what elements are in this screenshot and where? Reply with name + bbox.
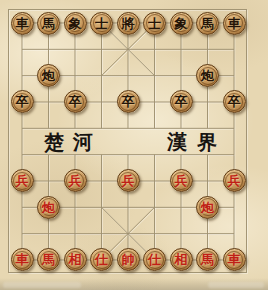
- piece-glyph: 馬: [201, 253, 214, 266]
- piece-glyph: 馬: [42, 17, 55, 30]
- piece-glyph: 兵: [69, 174, 82, 187]
- piece-glyph: 卒: [175, 95, 188, 108]
- piece-black-general[interactable]: 將: [117, 12, 140, 35]
- piece-glyph: 卒: [228, 95, 241, 108]
- piece-black-advisor[interactable]: 士: [143, 12, 166, 35]
- piece-glyph: 將: [122, 17, 135, 30]
- piece-black-cannon[interactable]: 炮: [196, 64, 219, 87]
- piece-glyph: 卒: [16, 95, 29, 108]
- watermark-text-left: [3, 282, 81, 288]
- piece-glyph: 車: [228, 17, 241, 30]
- piece-glyph: 炮: [201, 69, 214, 82]
- piece-red-soldier[interactable]: 兵: [11, 169, 34, 192]
- piece-black-horse[interactable]: 馬: [196, 12, 219, 35]
- river-label-left: 楚河: [44, 130, 102, 153]
- piece-glyph: 馬: [201, 17, 214, 30]
- piece-glyph: 炮: [42, 69, 55, 82]
- piece-red-chariot[interactable]: 車: [223, 248, 246, 271]
- piece-glyph: 士: [95, 17, 108, 30]
- piece-red-soldier[interactable]: 兵: [64, 169, 87, 192]
- piece-black-advisor[interactable]: 士: [90, 12, 113, 35]
- piece-black-elephant[interactable]: 象: [64, 12, 87, 35]
- piece-red-soldier[interactable]: 兵: [223, 169, 246, 192]
- piece-black-soldier[interactable]: 卒: [64, 90, 87, 113]
- watermark-text-right: [208, 282, 264, 288]
- piece-glyph: 仕: [95, 253, 108, 266]
- piece-glyph: 相: [175, 253, 188, 266]
- piece-glyph: 卒: [122, 95, 135, 108]
- piece-red-elephant[interactable]: 相: [64, 248, 87, 271]
- piece-black-soldier[interactable]: 卒: [11, 90, 34, 113]
- piece-glyph: 象: [175, 17, 188, 30]
- piece-glyph: 兵: [16, 174, 29, 187]
- river-label-right: 漢界: [167, 130, 227, 153]
- piece-glyph: 象: [69, 17, 82, 30]
- piece-glyph: 兵: [228, 174, 241, 187]
- piece-black-soldier[interactable]: 卒: [170, 90, 193, 113]
- piece-glyph: 帥: [122, 253, 135, 266]
- piece-red-cannon[interactable]: 炮: [196, 196, 219, 219]
- piece-glyph: 車: [228, 253, 241, 266]
- watermark-strip: [0, 278, 268, 290]
- piece-glyph: 炮: [201, 201, 214, 214]
- piece-red-cannon[interactable]: 炮: [37, 196, 60, 219]
- piece-red-soldier[interactable]: 兵: [170, 169, 193, 192]
- piece-glyph: 相: [69, 253, 82, 266]
- piece-glyph: 炮: [42, 201, 55, 214]
- piece-glyph: 車: [16, 253, 29, 266]
- piece-red-general[interactable]: 帥: [117, 248, 140, 271]
- piece-red-chariot[interactable]: 車: [11, 248, 34, 271]
- piece-glyph: 馬: [42, 253, 55, 266]
- piece-black-cannon[interactable]: 炮: [37, 64, 60, 87]
- piece-black-horse[interactable]: 馬: [37, 12, 60, 35]
- piece-black-soldier[interactable]: 卒: [117, 90, 140, 113]
- piece-glyph: 兵: [122, 174, 135, 187]
- board-grid-lines: [0, 0, 268, 290]
- piece-black-chariot[interactable]: 車: [223, 12, 246, 35]
- piece-red-soldier[interactable]: 兵: [117, 169, 140, 192]
- piece-black-soldier[interactable]: 卒: [223, 90, 246, 113]
- piece-black-elephant[interactable]: 象: [170, 12, 193, 35]
- piece-glyph: 仕: [148, 253, 161, 266]
- piece-glyph: 車: [16, 17, 29, 30]
- piece-black-chariot[interactable]: 車: [11, 12, 34, 35]
- piece-glyph: 兵: [175, 174, 188, 187]
- piece-glyph: 士: [148, 17, 161, 30]
- piece-red-elephant[interactable]: 相: [170, 248, 193, 271]
- xiangqi-board[interactable]: 楚河 漢界 車馬象士將士象馬車炮炮卒卒卒卒卒兵兵兵兵兵炮炮車馬相仕帥仕相馬車: [0, 0, 268, 290]
- piece-glyph: 卒: [69, 95, 82, 108]
